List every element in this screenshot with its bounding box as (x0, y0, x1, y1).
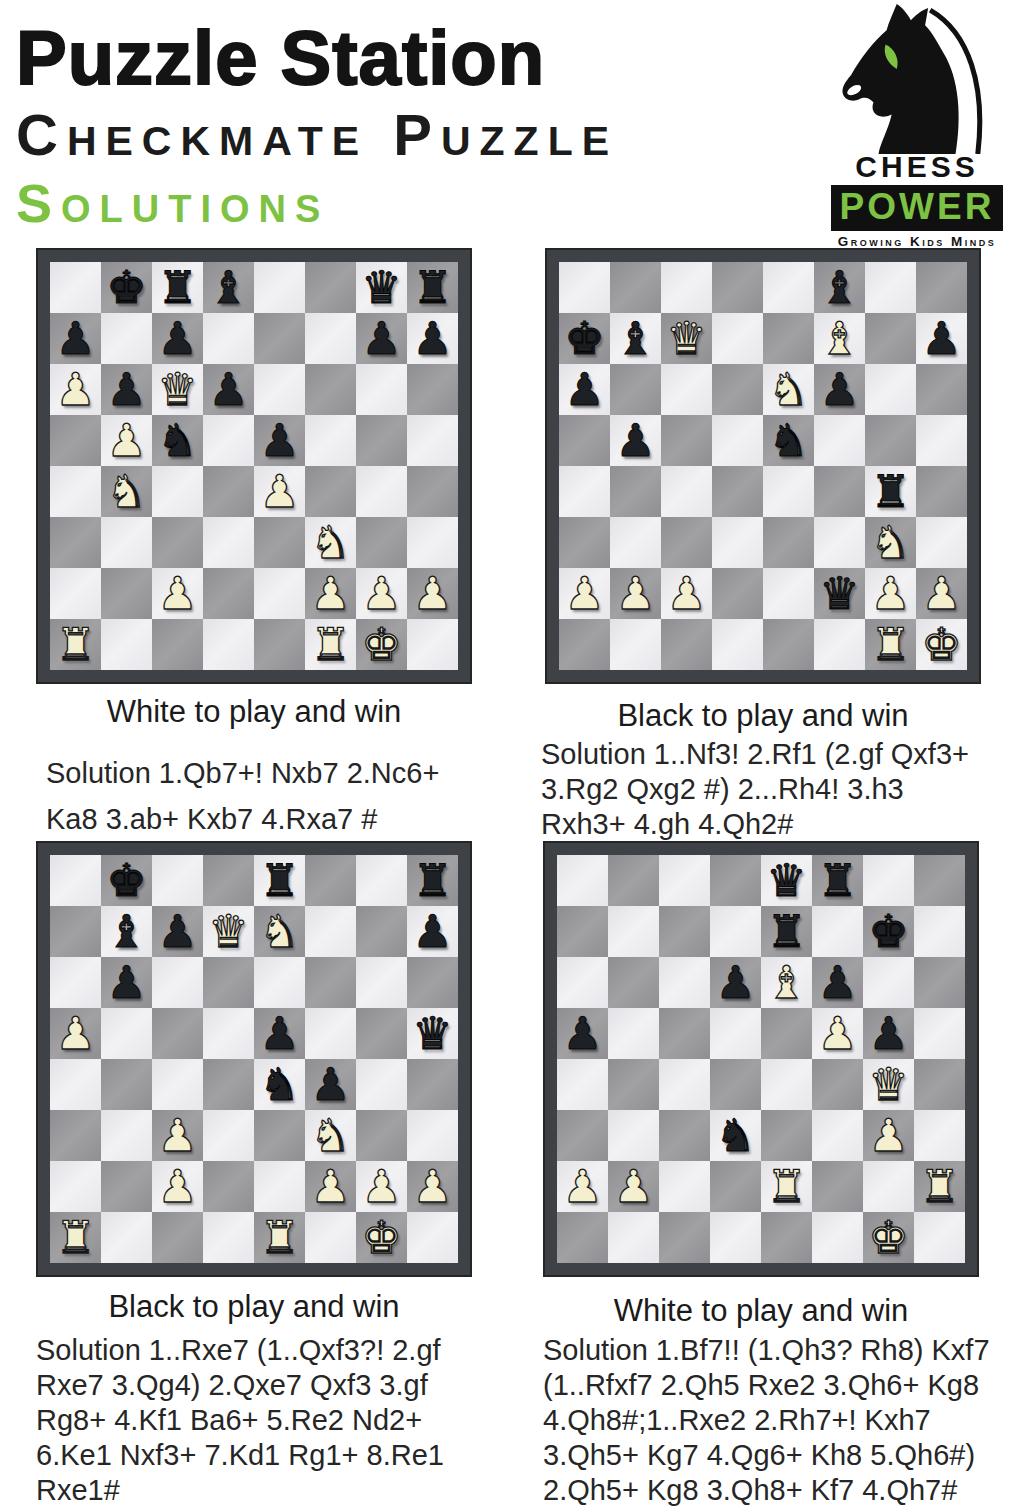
black-rook: ♜ (412, 262, 452, 313)
black-pawn: ♟ (259, 1008, 299, 1059)
square-g3 (356, 517, 407, 568)
square-c1 (659, 1212, 710, 1263)
square-e4: ♞ (254, 1059, 305, 1110)
square-a6: ♟ (559, 364, 610, 415)
square-a7: ♚ (559, 313, 610, 364)
square-d3: ♞ (710, 1110, 761, 1161)
square-b4 (610, 466, 661, 517)
square-b6 (610, 364, 661, 415)
square-d1 (710, 1212, 761, 1263)
square-h5 (407, 415, 458, 466)
square-b5: ♟ (610, 415, 661, 466)
square-f4 (812, 1059, 863, 1110)
square-c6 (152, 957, 203, 1008)
square-e3 (254, 1110, 305, 1161)
square-h7: ♟ (407, 906, 458, 957)
square-g6 (356, 957, 407, 1008)
square-h8: ♜ (407, 262, 458, 313)
square-e5 (761, 1008, 812, 1059)
square-c5: ♞ (152, 415, 203, 466)
square-h1 (407, 619, 458, 670)
square-a1: ♜ (50, 1212, 101, 1263)
white-bishop: ♝ (819, 313, 859, 364)
square-f6: ♟ (814, 364, 865, 415)
black-pawn: ♟ (259, 415, 299, 466)
black-bishop: ♝ (615, 313, 655, 364)
black-pawn: ♟ (157, 906, 197, 957)
square-g5: ♟ (863, 1008, 914, 1059)
board-2-solution: Solution 1..Nf3! 2.Rf1 (2.gf Qxf3+ 3.Rg2… (541, 737, 1019, 842)
square-h3 (914, 1110, 965, 1161)
white-pawn: ♟ (310, 1161, 350, 1212)
white-knight: ♞ (106, 466, 146, 517)
square-f1: ♜ (305, 619, 356, 670)
black-bishop: ♝ (208, 262, 248, 313)
square-e3 (254, 517, 305, 568)
square-h4 (916, 466, 967, 517)
square-g2 (863, 1161, 914, 1212)
square-a4 (557, 1059, 608, 1110)
square-a1 (559, 619, 610, 670)
square-c2: ♟ (152, 1161, 203, 1212)
square-h7: ♟ (407, 313, 458, 364)
black-bishop: ♝ (819, 262, 859, 313)
square-f7 (812, 906, 863, 957)
square-b8: ♚ (101, 262, 152, 313)
square-h8: ♜ (407, 855, 458, 906)
black-pawn: ♟ (868, 1008, 908, 1059)
square-b5 (101, 1008, 152, 1059)
square-f2: ♟ (305, 568, 356, 619)
white-king: ♚ (868, 1212, 908, 1263)
square-e6: ♞ (763, 364, 814, 415)
black-king: ♚ (106, 262, 146, 313)
square-c8 (659, 855, 710, 906)
square-g2: ♟ (356, 1161, 407, 1212)
white-pawn: ♟ (259, 466, 299, 517)
square-a6: ♟ (50, 364, 101, 415)
square-f4 (305, 466, 356, 517)
square-f8 (305, 262, 356, 313)
square-b7: ♝ (101, 906, 152, 957)
square-c4 (661, 466, 712, 517)
square-d7: ♛ (203, 906, 254, 957)
white-pawn: ♟ (106, 415, 146, 466)
square-e8 (763, 262, 814, 313)
black-knight: ♞ (157, 415, 197, 466)
white-pawn: ♟ (55, 1008, 95, 1059)
square-g5 (865, 415, 916, 466)
square-a5: ♟ (557, 1008, 608, 1059)
white-knight: ♞ (768, 364, 808, 415)
square-h4 (407, 466, 458, 517)
square-d7 (712, 313, 763, 364)
square-h8 (916, 262, 967, 313)
square-g4: ♜ (865, 466, 916, 517)
square-g1: ♚ (356, 1212, 407, 1263)
square-g2: ♟ (356, 568, 407, 619)
black-bishop: ♝ (106, 906, 146, 957)
square-c5 (661, 415, 712, 466)
black-rook: ♜ (412, 855, 452, 906)
square-f8: ♝ (814, 262, 865, 313)
chess-board-3: ♚♜♜♝♟♛♞♟♟♟♟♛♞♟♟♞♟♟♟♟♜♜♚ (38, 843, 470, 1275)
square-f5 (305, 1008, 356, 1059)
black-pawn: ♟ (157, 313, 197, 364)
black-pawn: ♟ (921, 313, 961, 364)
square-g4 (356, 466, 407, 517)
square-c3 (659, 1110, 710, 1161)
square-d1 (203, 619, 254, 670)
square-e8: ♛ (761, 855, 812, 906)
square-a5: ♟ (50, 1008, 101, 1059)
black-pawn: ♟ (106, 364, 146, 415)
square-a5 (559, 415, 610, 466)
square-f6: ♟ (812, 957, 863, 1008)
black-pawn: ♟ (208, 364, 248, 415)
square-e1 (254, 619, 305, 670)
square-a8 (50, 855, 101, 906)
square-h4 (914, 1059, 965, 1110)
square-h5: ♛ (407, 1008, 458, 1059)
square-h6 (407, 957, 458, 1008)
board-3-caption: Black to play and win (38, 1290, 470, 1324)
square-c8 (152, 855, 203, 906)
square-g6 (865, 364, 916, 415)
square-f3: ♞ (305, 517, 356, 568)
square-c5 (152, 1008, 203, 1059)
square-h8 (914, 855, 965, 906)
square-e6: ♝ (761, 957, 812, 1008)
square-b6 (608, 957, 659, 1008)
white-pawn: ♟ (666, 568, 706, 619)
black-pawn: ♟ (819, 364, 859, 415)
white-pawn: ♟ (870, 568, 910, 619)
white-pawn: ♟ (55, 364, 95, 415)
chess-board-1: ♚♜♝♛♜♟♟♟♟♟♟♛♟♟♞♟♞♟♞♟♟♟♟♜♜♚ (38, 250, 470, 682)
black-rook: ♜ (766, 906, 806, 957)
white-bishop: ♝ (766, 957, 806, 1008)
square-a4 (50, 1059, 101, 1110)
subtitle-solutions: Solutions (16, 176, 329, 230)
square-h3 (916, 517, 967, 568)
black-pawn: ♟ (715, 957, 755, 1008)
white-king: ♚ (361, 1212, 401, 1263)
square-f3: ♞ (305, 1110, 356, 1161)
white-rook: ♜ (919, 1161, 959, 1212)
black-pawn: ♟ (615, 415, 655, 466)
square-g7 (356, 906, 407, 957)
square-d8: ♝ (203, 262, 254, 313)
black-pawn: ♟ (310, 1059, 350, 1110)
square-f2: ♟ (305, 1161, 356, 1212)
square-g7: ♚ (863, 906, 914, 957)
square-b7 (608, 906, 659, 957)
square-d8 (710, 855, 761, 906)
square-f7 (305, 313, 356, 364)
square-e8: ♜ (254, 855, 305, 906)
square-c2: ♟ (152, 568, 203, 619)
square-e4 (761, 1059, 812, 1110)
square-h1: ♚ (916, 619, 967, 670)
square-h3 (407, 1110, 458, 1161)
square-g7: ♟ (356, 313, 407, 364)
square-c4 (152, 1059, 203, 1110)
square-d1 (712, 619, 763, 670)
square-e5: ♟ (254, 1008, 305, 1059)
white-queen: ♛ (868, 1059, 908, 1110)
square-d2 (203, 1161, 254, 1212)
square-b6: ♟ (101, 957, 152, 1008)
square-e6 (254, 957, 305, 1008)
square-g8 (865, 262, 916, 313)
square-b2 (101, 1161, 152, 1212)
square-c7: ♛ (661, 313, 712, 364)
square-g8 (863, 855, 914, 906)
square-b2: ♟ (610, 568, 661, 619)
square-c6 (659, 957, 710, 1008)
square-h1 (407, 1212, 458, 1263)
white-pawn: ♟ (615, 568, 655, 619)
knight-head-icon (833, 2, 1001, 154)
square-c2 (659, 1161, 710, 1212)
square-e3 (763, 517, 814, 568)
white-pawn: ♟ (921, 568, 961, 619)
square-d6: ♟ (710, 957, 761, 1008)
square-a1: ♜ (50, 619, 101, 670)
chess-board-4: ♛♜♜♚♟♝♟♟♟♟♛♞♟♟♟♜♜♚ (545, 843, 977, 1275)
square-e4 (763, 466, 814, 517)
square-d3 (712, 517, 763, 568)
square-f4 (814, 466, 865, 517)
square-h2: ♟ (916, 568, 967, 619)
square-d4 (203, 466, 254, 517)
square-e7 (763, 313, 814, 364)
square-b8: ♚ (101, 855, 152, 906)
square-a7: ♟ (50, 313, 101, 364)
square-d8 (203, 855, 254, 906)
square-e4: ♟ (254, 466, 305, 517)
square-a2 (50, 568, 101, 619)
black-pawn: ♟ (361, 313, 401, 364)
square-d8 (712, 262, 763, 313)
square-a1 (557, 1212, 608, 1263)
black-knight: ♞ (768, 415, 808, 466)
white-knight: ♞ (310, 517, 350, 568)
square-c8: ♜ (152, 262, 203, 313)
square-a8 (557, 855, 608, 906)
chess-power-logo: Chess POWER Growing Kids Minds (818, 2, 1016, 249)
square-g1: ♜ (865, 619, 916, 670)
square-a2: ♟ (557, 1161, 608, 1212)
square-a3 (559, 517, 610, 568)
white-rook: ♜ (310, 619, 350, 670)
square-d2 (710, 1161, 761, 1212)
square-b7 (101, 313, 152, 364)
square-c2: ♟ (661, 568, 712, 619)
square-h7: ♟ (916, 313, 967, 364)
square-a2: ♟ (559, 568, 610, 619)
square-e2: ♜ (761, 1161, 812, 1212)
white-knight: ♞ (870, 517, 910, 568)
square-h4 (407, 1059, 458, 1110)
square-c7: ♟ (152, 313, 203, 364)
white-pawn: ♟ (361, 568, 401, 619)
square-g6 (863, 957, 914, 1008)
square-a5 (50, 415, 101, 466)
square-f7 (305, 906, 356, 957)
square-g2: ♟ (865, 568, 916, 619)
black-king: ♚ (564, 313, 604, 364)
square-d2 (203, 568, 254, 619)
square-b1 (608, 1212, 659, 1263)
black-rook: ♜ (259, 855, 299, 906)
square-g4: ♛ (863, 1059, 914, 1110)
subtitle-checkmate-puzzle: Checkmate Puzzle (16, 106, 618, 164)
square-f5 (305, 415, 356, 466)
square-f1 (305, 1212, 356, 1263)
logo-power-text: POWER (831, 185, 1003, 231)
board-4-solution: Solution 1.Bf7!! (1.Qh3? Rh8) Kxf7 (1..R… (543, 1333, 1021, 1506)
white-pawn: ♟ (562, 1161, 602, 1212)
black-pawn: ♟ (564, 364, 604, 415)
square-c6 (661, 364, 712, 415)
square-f5 (814, 415, 865, 466)
board-4-caption: White to play and win (545, 1294, 977, 1328)
square-f5: ♟ (812, 1008, 863, 1059)
square-b1 (101, 619, 152, 670)
square-b6: ♟ (101, 364, 152, 415)
chess-board-2: ♝♚♝♛♝♟♟♞♟♟♞♜♞♟♟♟♛♟♟♜♚ (547, 250, 979, 682)
square-c7 (659, 906, 710, 957)
square-b1 (101, 1212, 152, 1263)
logo-chess-text: Chess (818, 152, 1016, 182)
square-e7: ♞ (254, 906, 305, 957)
square-a4 (559, 466, 610, 517)
square-h6 (407, 364, 458, 415)
square-e7 (254, 313, 305, 364)
square-b1 (610, 619, 661, 670)
logo-tagline: Growing Kids Minds (818, 234, 1016, 249)
square-c3 (152, 517, 203, 568)
square-a8 (50, 262, 101, 313)
square-g3: ♟ (863, 1110, 914, 1161)
white-rook: ♜ (55, 1212, 95, 1263)
white-pawn: ♟ (361, 1161, 401, 1212)
page: Puzzle Station Checkmate Puzzle Solution… (0, 0, 1023, 1506)
square-b2: ♟ (608, 1161, 659, 1212)
black-pawn: ♟ (412, 313, 452, 364)
black-knight: ♞ (715, 1110, 755, 1161)
white-pawn: ♟ (157, 1161, 197, 1212)
board-2-caption: Black to play and win (547, 699, 979, 733)
square-f1 (814, 619, 865, 670)
square-b7: ♝ (610, 313, 661, 364)
black-pawn: ♟ (106, 957, 146, 1008)
white-pawn: ♟ (817, 1008, 857, 1059)
square-e7: ♜ (761, 906, 812, 957)
black-pawn: ♟ (817, 957, 857, 1008)
square-b3 (608, 1110, 659, 1161)
square-g5 (356, 415, 407, 466)
white-pawn: ♟ (868, 1110, 908, 1161)
square-h7 (914, 906, 965, 957)
square-c7: ♟ (152, 906, 203, 957)
square-h5 (916, 415, 967, 466)
square-f4: ♟ (305, 1059, 356, 1110)
square-e6 (254, 364, 305, 415)
square-b3 (101, 517, 152, 568)
white-rook: ♜ (766, 1161, 806, 1212)
square-g8 (356, 855, 407, 906)
square-h2: ♟ (407, 568, 458, 619)
square-e1 (763, 619, 814, 670)
square-c1 (661, 619, 712, 670)
square-b8 (608, 855, 659, 906)
square-b4 (608, 1059, 659, 1110)
square-h2: ♜ (914, 1161, 965, 1212)
white-king: ♚ (361, 619, 401, 670)
square-c5 (659, 1008, 710, 1059)
square-d2 (712, 568, 763, 619)
black-pawn: ♟ (412, 906, 452, 957)
square-e1 (761, 1212, 812, 1263)
square-d6 (203, 957, 254, 1008)
black-pawn: ♟ (55, 313, 95, 364)
square-a6 (50, 957, 101, 1008)
square-e5: ♞ (763, 415, 814, 466)
square-b4: ♞ (101, 466, 152, 517)
white-rook: ♜ (55, 619, 95, 670)
square-f6 (305, 364, 356, 415)
square-d6 (712, 364, 763, 415)
square-e3 (761, 1110, 812, 1161)
square-b8 (610, 262, 661, 313)
square-b5 (608, 1008, 659, 1059)
square-a2 (50, 1161, 101, 1212)
square-d3 (203, 517, 254, 568)
white-knight: ♞ (259, 906, 299, 957)
square-a3 (557, 1110, 608, 1161)
square-b3 (610, 517, 661, 568)
square-b5: ♟ (101, 415, 152, 466)
square-f3 (814, 517, 865, 568)
black-queen: ♛ (361, 262, 401, 313)
black-queen: ♛ (819, 568, 859, 619)
white-queen: ♛ (666, 313, 706, 364)
square-g5 (356, 1008, 407, 1059)
black-king: ♚ (868, 906, 908, 957)
white-pawn: ♟ (157, 568, 197, 619)
square-e1: ♜ (254, 1212, 305, 1263)
square-h5 (914, 1008, 965, 1059)
square-g1: ♚ (356, 619, 407, 670)
black-queen: ♛ (412, 1008, 452, 1059)
square-h2: ♟ (407, 1161, 458, 1212)
square-h1 (914, 1212, 965, 1263)
square-f7: ♝ (814, 313, 865, 364)
square-a4 (50, 466, 101, 517)
square-c1 (152, 619, 203, 670)
square-a7 (557, 906, 608, 957)
square-g3 (356, 1110, 407, 1161)
square-g7 (865, 313, 916, 364)
square-f6 (305, 957, 356, 1008)
square-d1 (203, 1212, 254, 1263)
board-1-solution: Solution 1.Qb7+! Nxb7 2.Nc6+ Ka8 3.ab+ K… (46, 750, 526, 842)
black-knight: ♞ (259, 1059, 299, 1110)
square-e2 (254, 568, 305, 619)
